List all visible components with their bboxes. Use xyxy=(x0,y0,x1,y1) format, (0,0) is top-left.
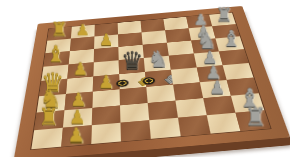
square-h4[interactable] xyxy=(120,120,150,141)
square-c8[interactable]: ♝ xyxy=(215,36,244,51)
square-h1[interactable] xyxy=(31,128,63,149)
white-pawn[interactable]: ♟ xyxy=(73,61,88,78)
square-d2[interactable]: ♟ xyxy=(67,62,93,78)
square-d6[interactable] xyxy=(169,54,197,70)
black-pawn[interactable]: ♟ xyxy=(209,79,225,97)
square-h8[interactable]: ♜ xyxy=(236,110,271,131)
square-e5[interactable]: ♚ xyxy=(145,70,173,87)
black-bishop[interactable]: ♝ xyxy=(222,28,242,50)
white-pawn[interactable]: ♟ xyxy=(76,22,90,37)
square-h2[interactable]: ♟ xyxy=(61,125,91,146)
white-bishop[interactable]: ♝ xyxy=(46,43,66,65)
square-h6[interactable] xyxy=(178,115,211,136)
board-frame: ♜♟♟♜♟♟♝♞♝♟♛♞♟♛♟♚♚♟♞♟♟♜♟♝♟♜ xyxy=(13,6,290,157)
black-queen[interactable]: ♛ xyxy=(121,48,143,73)
chessboard-photo-scene: ♜♟♟♜♟♟♝♞♝♟♛♞♟♛♟♚♚♟♞♟♟♜♟♝♟♜ xyxy=(0,0,290,157)
black-king-fallen[interactable]: ♚ xyxy=(142,70,174,86)
white-rook[interactable]: ♜ xyxy=(51,21,68,40)
square-c1[interactable]: ♝ xyxy=(43,51,69,67)
square-h3[interactable] xyxy=(91,123,121,144)
board-3d-wrapper: ♜♟♟♜♟♟♝♞♝♟♛♞♟♛♟♚♚♟♞♟♟♜♟♝♟♜ xyxy=(13,6,290,157)
square-d4[interactable]: ♛ xyxy=(119,58,145,74)
square-d5[interactable]: ♞ xyxy=(144,56,171,72)
white-pawn[interactable]: ♟ xyxy=(98,73,114,91)
square-g6[interactable] xyxy=(175,98,206,118)
square-h7[interactable] xyxy=(207,113,241,134)
white-rook[interactable]: ♜ xyxy=(38,106,59,129)
square-h5[interactable] xyxy=(149,118,180,139)
white-pawn[interactable]: ♟ xyxy=(67,126,85,146)
square-g5[interactable] xyxy=(148,101,178,121)
square-b3[interactable]: ♟ xyxy=(94,35,118,50)
chess-board: ♜♟♟♜♟♟♝♞♝♟♛♞♟♛♟♚♚♟♞♟♟♜♟♝♟♜ xyxy=(31,13,270,149)
square-a8[interactable]: ♜ xyxy=(209,13,236,26)
black-rook[interactable]: ♜ xyxy=(215,6,232,25)
felt-base xyxy=(142,77,155,85)
square-f3[interactable] xyxy=(92,89,120,108)
black-knight[interactable]: ♞ xyxy=(148,48,169,71)
square-e4[interactable]: ♚ xyxy=(119,72,146,89)
white-pawn[interactable]: ♟ xyxy=(99,32,113,48)
black-rook[interactable]: ♜ xyxy=(245,105,267,129)
